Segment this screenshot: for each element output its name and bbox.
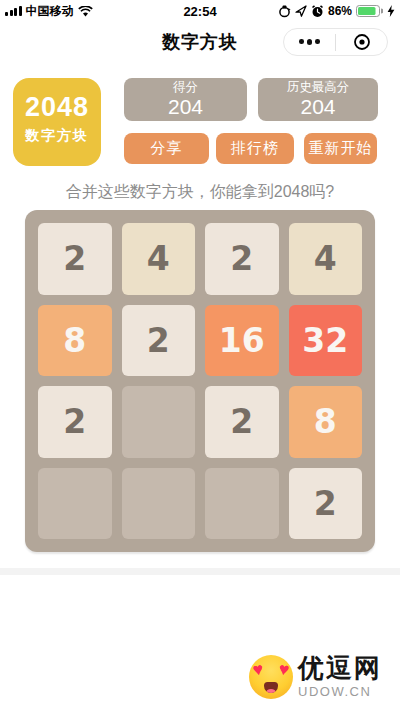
tile-r4c4: 2 <box>289 468 363 540</box>
tile-r2c4: 32 <box>289 305 363 377</box>
target-circle-icon <box>353 33 371 51</box>
score-panel: 得分 204 <box>124 78 247 121</box>
alarm-clock-icon <box>311 5 324 18</box>
watermark-site-name: 优逗网 <box>298 655 382 682</box>
site-watermark: ♥ ♥ 优逗网 UDOW.CN <box>249 655 382 699</box>
tile-r3c1: 2 <box>38 386 112 458</box>
battery-icon <box>356 5 383 17</box>
game-board-2048[interactable]: 2 4 2 4 8 2 16 32 2 2 8 2 <box>25 210 375 552</box>
best-score-value: 204 <box>300 95 335 118</box>
status-bar: 中国移动 22:54 <box>0 0 400 22</box>
best-score-panel: 历史最高分 204 <box>258 78 378 121</box>
carrier-label: 中国移动 <box>26 3 74 20</box>
tile-r1c3: 2 <box>205 223 279 295</box>
share-button[interactable]: 分享 <box>124 133 209 164</box>
tile-r2c3: 16 <box>205 305 279 377</box>
score-value: 204 <box>168 95 203 118</box>
score-label: 得分 <box>173 81 198 95</box>
more-menu-button[interactable] <box>284 29 335 55</box>
tile-r1c2: 4 <box>122 223 196 295</box>
tile-r1c1: 2 <box>38 223 112 295</box>
tile-r2c1: 8 <box>38 305 112 377</box>
game-hint-text: 合并这些数字方块，你能拿到2048吗? <box>0 182 400 203</box>
content-separator <box>0 568 400 575</box>
nav-bar: 数字方块 <box>0 22 400 62</box>
rotation-lock-icon <box>278 5 291 18</box>
leaderboard-button[interactable]: 排行榜 <box>216 133 294 164</box>
tile-r3c4: 8 <box>289 386 363 458</box>
watermark-domain: UDOW.CN <box>298 684 371 699</box>
close-miniprogram-button[interactable] <box>336 29 387 55</box>
heart-eyes-emoji-icon: ♥ ♥ <box>249 655 293 699</box>
tile-r3c2 <box>122 386 196 458</box>
location-arrow-icon <box>295 5 307 17</box>
tile-r4c3 <box>205 468 279 540</box>
tile-r3c3: 2 <box>205 386 279 458</box>
charging-bolt-icon <box>387 5 395 17</box>
best-score-label: 历史最高分 <box>287 81 350 95</box>
game-logo-subtitle: 数字方块 <box>13 127 101 145</box>
tile-r4c1 <box>38 468 112 540</box>
signal-strength-icon <box>5 6 22 16</box>
wifi-icon <box>78 6 93 17</box>
tile-r1c4: 4 <box>289 223 363 295</box>
battery-percent-label: 86% <box>328 4 352 18</box>
restart-button[interactable]: 重新开始 <box>304 133 377 164</box>
game-logo: 2048 数字方块 <box>13 78 101 166</box>
miniprogram-capsule <box>283 28 388 56</box>
more-menu-icon <box>299 39 320 45</box>
tile-r4c2 <box>122 468 196 540</box>
game-logo-title: 2048 <box>13 92 101 123</box>
tile-r2c2: 2 <box>122 305 196 377</box>
